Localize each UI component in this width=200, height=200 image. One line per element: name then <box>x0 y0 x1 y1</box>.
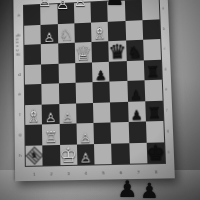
board-square[interactable] <box>128 121 146 142</box>
file-label: h <box>17 154 24 158</box>
board-square[interactable]: ♞ <box>26 145 43 166</box>
board-square[interactable] <box>111 143 129 164</box>
file-label: h <box>165 150 171 154</box>
board-square[interactable] <box>41 63 58 84</box>
board-square[interactable]: ♙ <box>77 144 95 165</box>
chess-piece-white-b[interactable]: ♗ <box>92 24 108 42</box>
board-square[interactable] <box>42 83 59 104</box>
board-square[interactable]: ♟ <box>128 101 146 122</box>
board-square[interactable]: ♕ <box>75 42 92 63</box>
file-label: b <box>161 27 167 31</box>
chess-piece-black-r[interactable]: ♜ <box>146 65 160 80</box>
file-label: a <box>15 14 22 18</box>
rank-label: 5 <box>95 171 113 175</box>
chess-piece-white-p[interactable]: ♙ <box>44 31 55 44</box>
file-labels-left: abcdefgh <box>15 6 23 166</box>
rank-label: 6 <box>112 171 130 175</box>
board-square[interactable] <box>59 123 77 144</box>
board-square[interactable]: ♙ <box>42 104 59 125</box>
file-label: e <box>16 93 23 97</box>
rank-label: 7 <box>130 171 148 175</box>
board-square[interactable] <box>142 0 160 20</box>
board-square[interactable] <box>41 43 58 64</box>
board-square[interactable] <box>24 44 41 65</box>
board-square[interactable]: ♜ <box>145 100 163 121</box>
rank-label: 2 <box>43 172 60 176</box>
chess-piece-white-n[interactable]: ♘ <box>59 27 73 43</box>
board-square[interactable]: ♚ <box>146 142 165 163</box>
rank-label: 3 <box>60 172 77 176</box>
file-label: g <box>165 129 171 133</box>
board-square[interactable] <box>93 122 111 143</box>
board-square[interactable] <box>111 122 129 143</box>
chess-piece-white-p[interactable]: ♙ <box>62 111 74 124</box>
board-square[interactable] <box>43 144 60 165</box>
board-square[interactable] <box>124 0 142 21</box>
captured-piece-white[interactable]: ♙ <box>74 0 87 8</box>
board-square[interactable] <box>75 82 93 103</box>
board-square[interactable] <box>125 20 143 41</box>
chess-piece-white-q[interactable]: ♕ <box>74 42 92 62</box>
board-square[interactable]: ♙ <box>41 24 58 44</box>
chess-piece-white-b[interactable]: ♗ <box>26 107 42 125</box>
file-label: b <box>16 33 23 37</box>
chess-piece-white-k[interactable]: ♔ <box>59 145 77 166</box>
board-square[interactable] <box>25 64 42 85</box>
board-square[interactable] <box>143 39 161 60</box>
chess-piece-black-p[interactable]: ♟ <box>95 69 107 82</box>
board-square[interactable] <box>25 124 42 145</box>
chess-piece-white-r[interactable]: ♖ <box>44 129 58 144</box>
board-square[interactable]: ♟ <box>127 80 145 101</box>
file-label: e <box>163 88 169 92</box>
file-label: f <box>16 113 23 117</box>
chess-piece-white-p[interactable]: ♙ <box>80 151 92 164</box>
board-square[interactable]: ♗ <box>91 21 109 42</box>
board-square[interactable]: ♛ <box>109 40 127 61</box>
board-square[interactable] <box>110 81 128 102</box>
rank-label: 4 <box>77 172 94 176</box>
chess-board: ®CHESS ♙♘♗♕♛♞♟♜♟♗♙♙♟♜♖♙♞♔♙♚ 12345678 abc… <box>13 0 174 181</box>
captured-piece-white[interactable]: ♙ <box>56 0 69 12</box>
play-area: ♙♘♗♕♛♞♟♜♟♗♙♙♟♜♖♙♞♔♙♚ <box>24 0 165 166</box>
board-square[interactable] <box>58 63 75 84</box>
file-label: c <box>162 47 168 51</box>
board-square[interactable]: ♞ <box>126 40 144 61</box>
file-label: d <box>162 67 168 71</box>
file-label: a <box>160 7 166 11</box>
chess-piece-black-n[interactable]: ♞ <box>127 44 142 60</box>
board-square[interactable] <box>92 82 110 103</box>
board-square[interactable] <box>58 43 75 64</box>
chess-piece-white-p[interactable]: ♙ <box>45 111 57 124</box>
board-square[interactable] <box>76 102 94 123</box>
captured-piece-black[interactable]: ♟ <box>105 0 125 9</box>
board-square[interactable] <box>126 60 144 81</box>
board-square[interactable] <box>129 142 147 163</box>
board-square[interactable]: ♙ <box>59 103 76 124</box>
captured-piece-white[interactable]: ♙ <box>38 0 51 9</box>
board-square[interactable]: ♗ <box>25 104 42 125</box>
board-square[interactable] <box>91 41 109 62</box>
file-label: f <box>164 108 170 112</box>
board-square[interactable] <box>146 121 164 142</box>
chess-piece-black-p[interactable]: ♟ <box>131 108 143 121</box>
chess-piece-black-r[interactable]: ♜ <box>147 106 161 122</box>
board-square[interactable] <box>25 84 42 105</box>
chess-piece-black-p[interactable]: ♟ <box>130 88 142 101</box>
board-square[interactable]: ♘ <box>57 23 74 44</box>
board-square[interactable] <box>142 19 160 40</box>
photo-scene: ®CHESS ♙♘♗♕♛♞♟♜♟♗♙♙♟♜♖♙♞♔♙♚ 12345678 abc… <box>0 0 200 200</box>
board-square[interactable] <box>94 143 112 164</box>
board-square[interactable] <box>58 83 75 104</box>
board-square[interactable]: ♜ <box>144 59 162 80</box>
board-square[interactable] <box>93 102 111 123</box>
chess-piece-white-p[interactable]: ♙ <box>79 131 91 144</box>
board-square[interactable]: ♔ <box>60 144 78 165</box>
file-label: g <box>17 133 24 137</box>
chess-piece-black-k[interactable]: ♚ <box>146 142 165 163</box>
chess-piece-black-q[interactable]: ♛ <box>108 41 126 61</box>
rank-label: 8 <box>147 170 165 174</box>
board-square[interactable] <box>110 101 128 122</box>
board-logo-knight-icon: ♞ <box>25 146 43 164</box>
board-square[interactable]: ♟ <box>92 61 110 82</box>
board-square[interactable]: ♖ <box>42 124 59 145</box>
captured-piece-black[interactable]: ♟ <box>140 181 159 200</box>
board-square[interactable] <box>109 61 127 82</box>
file-label: d <box>16 73 23 77</box>
board-square[interactable] <box>144 80 162 101</box>
board-square[interactable]: ♙ <box>76 123 94 144</box>
rank-label: 1 <box>26 173 43 177</box>
board-square[interactable] <box>24 24 41 44</box>
board-square[interactable] <box>75 62 92 83</box>
rank-labels-bottom: 12345678 <box>26 170 165 177</box>
file-label: c <box>16 53 23 57</box>
captured-piece-black[interactable]: ♟ <box>117 178 138 200</box>
